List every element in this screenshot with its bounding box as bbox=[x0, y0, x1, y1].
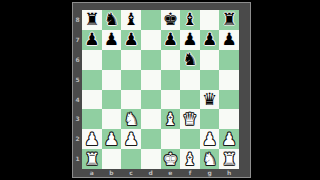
piece-black-queen: ♛ bbox=[202, 91, 217, 108]
piece-black-king: ♚ bbox=[163, 11, 178, 28]
square-h8[interactable]: ♜ bbox=[219, 10, 239, 30]
square-c2[interactable]: ♟ bbox=[121, 129, 141, 149]
file-labels: abcdefgh bbox=[82, 169, 239, 177]
square-e1[interactable]: ♚ bbox=[161, 149, 181, 169]
square-e6[interactable] bbox=[161, 50, 181, 70]
square-c6[interactable] bbox=[121, 50, 141, 70]
rank-label-5: 5 bbox=[73, 70, 82, 90]
square-e5[interactable] bbox=[161, 70, 181, 90]
piece-white-bishop: ♝ bbox=[163, 111, 178, 128]
square-d8[interactable] bbox=[141, 10, 161, 30]
square-g3[interactable] bbox=[200, 109, 220, 129]
piece-white-rook: ♜ bbox=[222, 151, 237, 168]
rank-label-6: 6 bbox=[73, 50, 82, 70]
file-label-b: b bbox=[102, 169, 122, 177]
piece-white-pawn: ♟ bbox=[104, 131, 119, 148]
rank-labels: 87654321 bbox=[73, 10, 82, 169]
rank-label-8: 8 bbox=[73, 10, 82, 30]
square-f7[interactable]: ♟ bbox=[180, 30, 200, 50]
square-h6[interactable] bbox=[219, 50, 239, 70]
file-label-h: h bbox=[219, 169, 239, 177]
square-b8[interactable]: ♞ bbox=[102, 10, 122, 30]
square-b2[interactable]: ♟ bbox=[102, 129, 122, 149]
file-label-c: c bbox=[121, 169, 141, 177]
square-h7[interactable]: ♟ bbox=[219, 30, 239, 50]
piece-black-pawn: ♟ bbox=[163, 31, 178, 48]
square-d1[interactable] bbox=[141, 149, 161, 169]
piece-black-pawn: ♟ bbox=[84, 31, 99, 48]
file-label-g: g bbox=[200, 169, 220, 177]
chess-board: ♜♞♝♚♝♜♟♟♟♟♟♟♟♞♛♞♝♛♟♟♟♟♟♜♚♝♞♜ bbox=[82, 10, 239, 169]
piece-black-rook: ♜ bbox=[222, 11, 237, 28]
square-f5[interactable] bbox=[180, 70, 200, 90]
square-d3[interactable] bbox=[141, 109, 161, 129]
square-c4[interactable] bbox=[121, 90, 141, 110]
piece-white-bishop: ♝ bbox=[182, 151, 197, 168]
square-a8[interactable]: ♜ bbox=[82, 10, 102, 30]
square-g7[interactable]: ♟ bbox=[200, 30, 220, 50]
chess-board-frame: 87654321 ♜♞♝♚♝♜♟♟♟♟♟♟♟♞♛♞♝♛♟♟♟♟♟♜♚♝♞♜ ab… bbox=[72, 2, 251, 178]
square-b6[interactable] bbox=[102, 50, 122, 70]
piece-black-pawn: ♟ bbox=[123, 31, 138, 48]
file-label-d: d bbox=[141, 169, 161, 177]
square-e2[interactable] bbox=[161, 129, 181, 149]
square-d4[interactable] bbox=[141, 90, 161, 110]
piece-black-pawn: ♟ bbox=[182, 31, 197, 48]
piece-black-knight: ♞ bbox=[104, 11, 119, 28]
piece-black-pawn: ♟ bbox=[104, 31, 119, 48]
square-b3[interactable] bbox=[102, 109, 122, 129]
square-c7[interactable]: ♟ bbox=[121, 30, 141, 50]
square-e4[interactable] bbox=[161, 90, 181, 110]
piece-white-pawn: ♟ bbox=[123, 131, 138, 148]
square-h2[interactable]: ♟ bbox=[219, 129, 239, 149]
square-g6[interactable] bbox=[200, 50, 220, 70]
square-c8[interactable]: ♝ bbox=[121, 10, 141, 30]
piece-white-queen: ♛ bbox=[182, 111, 197, 128]
square-a1[interactable]: ♜ bbox=[82, 149, 102, 169]
rank-label-4: 4 bbox=[73, 90, 82, 110]
piece-white-knight: ♞ bbox=[202, 151, 217, 168]
square-c1[interactable] bbox=[121, 149, 141, 169]
file-label-e: e bbox=[161, 169, 181, 177]
square-g2[interactable]: ♟ bbox=[200, 129, 220, 149]
square-h5[interactable] bbox=[219, 70, 239, 90]
rank-label-7: 7 bbox=[73, 30, 82, 50]
square-d2[interactable] bbox=[141, 129, 161, 149]
piece-black-rook: ♜ bbox=[84, 11, 99, 28]
square-f8[interactable]: ♝ bbox=[180, 10, 200, 30]
square-b4[interactable] bbox=[102, 90, 122, 110]
rank-label-1: 1 bbox=[73, 149, 82, 169]
square-c5[interactable] bbox=[121, 70, 141, 90]
square-b1[interactable] bbox=[102, 149, 122, 169]
piece-white-pawn: ♟ bbox=[202, 131, 217, 148]
piece-black-bishop: ♝ bbox=[182, 11, 197, 28]
rank-label-3: 3 bbox=[73, 109, 82, 129]
square-d5[interactable] bbox=[141, 70, 161, 90]
square-f4[interactable] bbox=[180, 90, 200, 110]
square-h3[interactable] bbox=[219, 109, 239, 129]
piece-black-bishop: ♝ bbox=[123, 11, 138, 28]
piece-black-pawn: ♟ bbox=[222, 31, 237, 48]
square-b7[interactable]: ♟ bbox=[102, 30, 122, 50]
square-h1[interactable]: ♜ bbox=[219, 149, 239, 169]
square-e8[interactable]: ♚ bbox=[161, 10, 181, 30]
square-g4[interactable]: ♛ bbox=[200, 90, 220, 110]
video-frame: 87654321 ♜♞♝♚♝♜♟♟♟♟♟♟♟♞♛♞♝♛♟♟♟♟♟♜♚♝♞♜ ab… bbox=[0, 0, 320, 180]
square-b5[interactable] bbox=[102, 70, 122, 90]
piece-white-pawn: ♟ bbox=[222, 131, 237, 148]
file-label-a: a bbox=[82, 169, 102, 177]
square-c3[interactable]: ♞ bbox=[121, 109, 141, 129]
square-a4[interactable] bbox=[82, 90, 102, 110]
square-d7[interactable] bbox=[141, 30, 161, 50]
piece-white-rook: ♜ bbox=[84, 151, 99, 168]
square-g5[interactable] bbox=[200, 70, 220, 90]
square-g1[interactable]: ♞ bbox=[200, 149, 220, 169]
rank-label-2: 2 bbox=[73, 129, 82, 149]
square-a2[interactable]: ♟ bbox=[82, 129, 102, 149]
piece-white-knight: ♞ bbox=[123, 111, 138, 128]
square-g8[interactable] bbox=[200, 10, 220, 30]
square-a5[interactable] bbox=[82, 70, 102, 90]
square-f2[interactable] bbox=[180, 129, 200, 149]
piece-black-pawn: ♟ bbox=[202, 31, 217, 48]
piece-white-king: ♚ bbox=[163, 151, 178, 168]
square-f1[interactable]: ♝ bbox=[180, 149, 200, 169]
square-a7[interactable]: ♟ bbox=[82, 30, 102, 50]
square-f6[interactable]: ♞ bbox=[180, 50, 200, 70]
piece-black-knight: ♞ bbox=[182, 51, 197, 68]
square-f3[interactable]: ♛ bbox=[180, 109, 200, 129]
square-e7[interactable]: ♟ bbox=[161, 30, 181, 50]
square-a3[interactable] bbox=[82, 109, 102, 129]
square-h4[interactable] bbox=[219, 90, 239, 110]
piece-white-pawn: ♟ bbox=[84, 131, 99, 148]
square-a6[interactable] bbox=[82, 50, 102, 70]
square-d6[interactable] bbox=[141, 50, 161, 70]
file-label-f: f bbox=[180, 169, 200, 177]
square-e3[interactable]: ♝ bbox=[161, 109, 181, 129]
